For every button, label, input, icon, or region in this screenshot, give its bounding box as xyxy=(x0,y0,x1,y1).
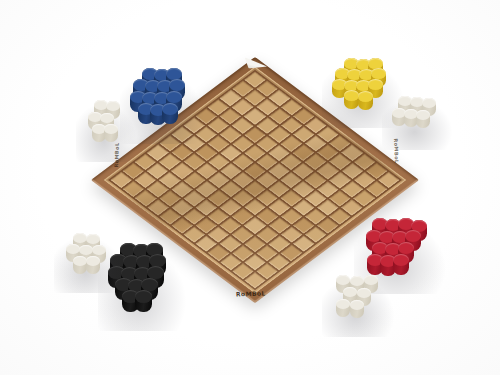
white-peg[interactable] xyxy=(350,300,364,318)
yellow-peg[interactable] xyxy=(344,90,359,109)
white-peg[interactable] xyxy=(336,299,350,317)
brand-stamp-right: RoMBoL xyxy=(393,138,400,163)
black-peg[interactable] xyxy=(135,290,152,312)
white-peg[interactable] xyxy=(73,256,87,274)
red-peg[interactable] xyxy=(393,254,409,275)
brand-stamp-left: RoMBoL xyxy=(113,142,120,167)
product-photo-scene: RoMBoL RoMBoL RoMBoL xyxy=(0,0,500,375)
brand-stamp-bottom: RoMBoL xyxy=(236,289,266,297)
blue-peg[interactable] xyxy=(162,103,178,124)
white-peg[interactable] xyxy=(416,110,430,128)
yellow-peg[interactable] xyxy=(358,91,373,110)
white-peg[interactable] xyxy=(86,256,100,274)
white-peg[interactable] xyxy=(104,124,118,142)
